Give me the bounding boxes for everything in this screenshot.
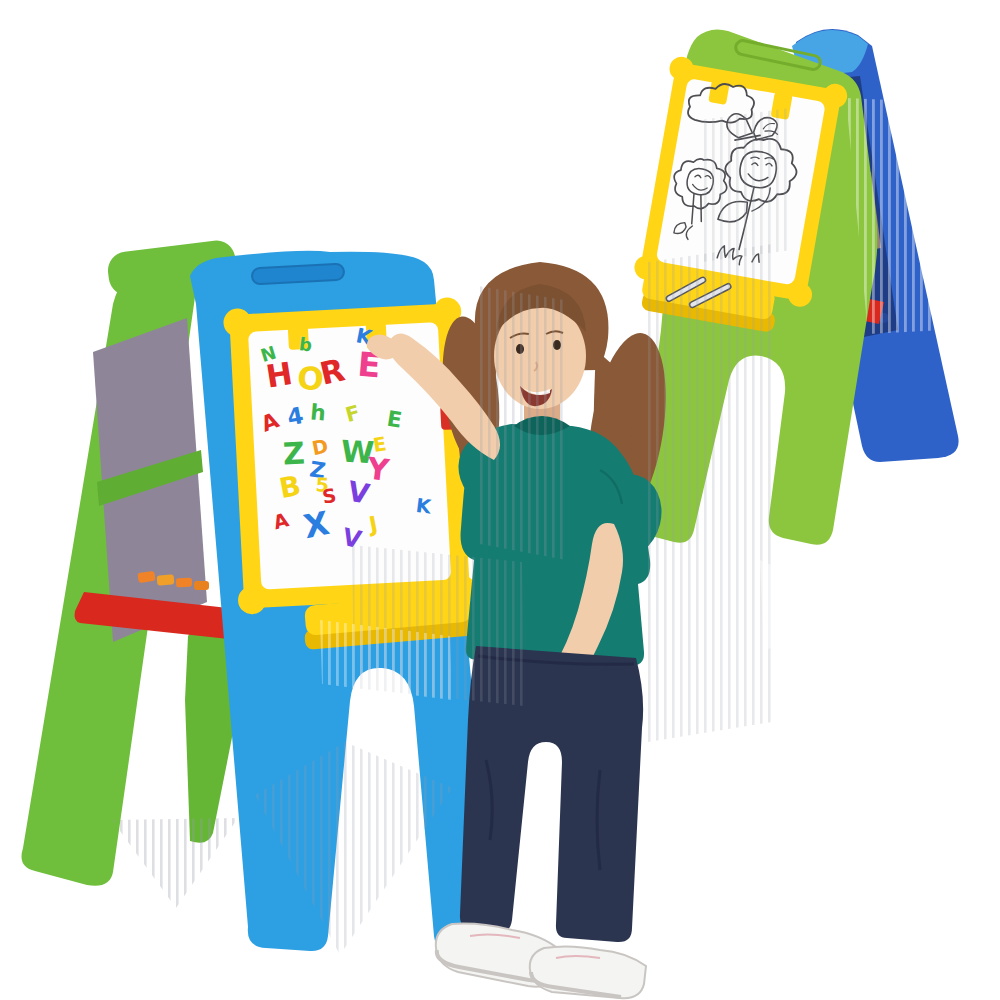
- left-easel-handle-slot: [252, 264, 345, 285]
- magnetic-letter: Z: [282, 435, 306, 471]
- product-photo-stage: NbKHOREA4hFEZDWEZB5YSVAXVJK: [0, 0, 1000, 1000]
- magnetic-letter: H: [264, 355, 295, 395]
- magnetic-letter: b: [298, 333, 313, 355]
- magnetic-letter: h: [309, 399, 326, 425]
- scene-art: NbKHOREA4hFEZDWEZB5YSVAXVJK: [0, 0, 1000, 1000]
